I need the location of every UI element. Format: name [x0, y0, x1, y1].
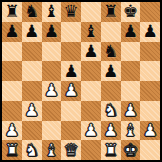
square-d4[interactable]: ♟: [61, 81, 81, 101]
square-c2[interactable]: [42, 121, 62, 141]
square-b3[interactable]: ♟: [22, 101, 42, 121]
piece-white-king-g1: ♚: [123, 141, 138, 160]
square-c4[interactable]: ♟: [42, 81, 62, 101]
piece-black-knight-b8: ♞: [24, 2, 39, 21]
piece-white-rook-a1: ♜: [4, 141, 19, 160]
square-a7[interactable]: ♟: [2, 22, 22, 42]
piece-black-pawn-d5: ♟: [64, 62, 79, 81]
square-g3[interactable]: ♟: [121, 101, 141, 121]
square-c3[interactable]: [42, 101, 62, 121]
square-f3[interactable]: ♞: [101, 101, 121, 121]
square-g5[interactable]: [121, 61, 141, 81]
square-a1[interactable]: ♜: [2, 140, 22, 160]
square-b6[interactable]: [22, 42, 42, 62]
square-f2[interactable]: ♟: [101, 121, 121, 141]
piece-black-knight-f6: ♞: [103, 42, 118, 61]
square-d2[interactable]: [61, 121, 81, 141]
square-d1[interactable]: ♛: [61, 140, 81, 160]
piece-black-pawn-e6: ♟: [83, 42, 98, 61]
square-e8[interactable]: [81, 2, 101, 22]
piece-black-bishop-c8: ♝: [44, 2, 59, 21]
piece-black-queen-d8: ♛: [64, 2, 79, 21]
piece-black-pawn-f5: ♟: [103, 62, 118, 81]
piece-white-pawn-g3: ♟: [123, 101, 138, 120]
piece-white-bishop-g2: ♝: [123, 121, 138, 140]
square-c7[interactable]: ♟: [42, 22, 62, 42]
square-b5[interactable]: [22, 61, 42, 81]
square-c1[interactable]: ♝: [42, 140, 62, 160]
piece-black-king-g8: ♚: [123, 2, 138, 21]
chess-board-frame: ♜♞♝♛♜♚♟♟♟♝♟♟♟♞♟♟♟♟♟♞♟♟♟♟♝♟♜♞♝♛♜♚: [0, 0, 162, 162]
square-a4[interactable]: [2, 81, 22, 101]
square-c8[interactable]: ♝: [42, 2, 62, 22]
square-a8[interactable]: ♜: [2, 2, 22, 22]
piece-white-pawn-a2: ♟: [4, 121, 19, 140]
piece-white-knight-b1: ♞: [24, 141, 39, 160]
square-b8[interactable]: ♞: [22, 2, 42, 22]
square-d8[interactable]: ♛: [61, 2, 81, 22]
square-d7[interactable]: [61, 22, 81, 42]
square-a3[interactable]: [2, 101, 22, 121]
piece-white-knight-f3: ♞: [103, 101, 118, 120]
square-f1[interactable]: ♜: [101, 140, 121, 160]
square-e7[interactable]: ♝: [81, 22, 101, 42]
square-a2[interactable]: ♟: [2, 121, 22, 141]
piece-black-pawn-g7: ♟: [123, 22, 138, 41]
square-h4[interactable]: [140, 81, 160, 101]
square-f7[interactable]: [101, 22, 121, 42]
piece-white-bishop-c1: ♝: [44, 141, 59, 160]
square-f4[interactable]: [101, 81, 121, 101]
chess-board: ♜♞♝♛♜♚♟♟♟♝♟♟♟♞♟♟♟♟♟♞♟♟♟♟♝♟♜♞♝♛♜♚: [2, 2, 160, 160]
piece-black-pawn-a7: ♟: [4, 22, 19, 41]
square-e6[interactable]: ♟: [81, 42, 101, 62]
piece-black-pawn-h7: ♟: [143, 22, 158, 41]
square-e1[interactable]: [81, 140, 101, 160]
square-g7[interactable]: ♟: [121, 22, 141, 42]
square-d3[interactable]: [61, 101, 81, 121]
piece-white-pawn-e2: ♟: [83, 121, 98, 140]
piece-white-rook-f1: ♜: [103, 141, 118, 160]
square-d5[interactable]: ♟: [61, 61, 81, 81]
square-c6[interactable]: [42, 42, 62, 62]
square-b4[interactable]: [22, 81, 42, 101]
square-g2[interactable]: ♝: [121, 121, 141, 141]
square-g8[interactable]: ♚: [121, 2, 141, 22]
square-b1[interactable]: ♞: [22, 140, 42, 160]
square-h5[interactable]: [140, 61, 160, 81]
square-a6[interactable]: [2, 42, 22, 62]
piece-black-bishop-e7: ♝: [83, 22, 98, 41]
piece-white-pawn-d4: ♟: [64, 81, 79, 100]
square-f8[interactable]: ♜: [101, 2, 121, 22]
piece-white-queen-d1: ♛: [64, 141, 79, 160]
piece-black-pawn-b7: ♟: [24, 22, 39, 41]
square-c5[interactable]: [42, 61, 62, 81]
square-f5[interactable]: ♟: [101, 61, 121, 81]
square-d6[interactable]: [61, 42, 81, 62]
square-h3[interactable]: [140, 101, 160, 121]
square-b2[interactable]: [22, 121, 42, 141]
square-e3[interactable]: [81, 101, 101, 121]
piece-white-pawn-f2: ♟: [103, 121, 118, 140]
square-g1[interactable]: ♚: [121, 140, 141, 160]
square-e5[interactable]: [81, 61, 101, 81]
square-g6[interactable]: [121, 42, 141, 62]
square-h6[interactable]: [140, 42, 160, 62]
square-h2[interactable]: ♟: [140, 121, 160, 141]
piece-white-pawn-h2: ♟: [143, 121, 158, 140]
piece-white-pawn-c4: ♟: [44, 81, 59, 100]
piece-black-pawn-c7: ♟: [44, 22, 59, 41]
square-g4[interactable]: [121, 81, 141, 101]
square-h1[interactable]: [140, 140, 160, 160]
piece-white-pawn-b3: ♟: [24, 101, 39, 120]
square-f6[interactable]: ♞: [101, 42, 121, 62]
square-e4[interactable]: [81, 81, 101, 101]
piece-black-rook-a8: ♜: [4, 2, 19, 21]
square-b7[interactable]: ♟: [22, 22, 42, 42]
square-h7[interactable]: ♟: [140, 22, 160, 42]
piece-black-rook-f8: ♜: [103, 2, 118, 21]
square-h8[interactable]: [140, 2, 160, 22]
square-a5[interactable]: [2, 61, 22, 81]
square-e2[interactable]: ♟: [81, 121, 101, 141]
